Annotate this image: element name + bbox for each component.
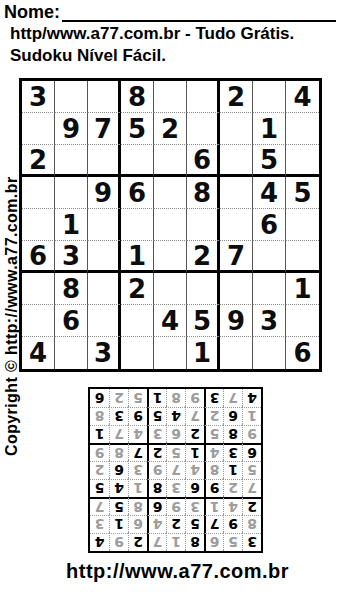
solution-cell-r9c3: 3 (204, 389, 223, 407)
solution-cell-r7c9: 1 (90, 425, 109, 443)
sudoku-cell-r7c3[interactable] (88, 273, 121, 305)
sudoku-cell-r8c3[interactable] (88, 305, 121, 337)
solution-cell-r1c8: 9 (109, 533, 128, 551)
sudoku-cell-r1c5[interactable] (154, 81, 187, 113)
solution-cell-r9c9: 6 (90, 389, 109, 407)
sudoku-cell-r3c1[interactable]: 2 (22, 145, 55, 177)
solution-cell-r6c9: 9 (90, 443, 109, 461)
solution-cell-r9c7: 5 (128, 389, 147, 407)
solution-cell-r1c3: 6 (204, 533, 223, 551)
solution-cell-r1c9: 4 (90, 533, 109, 551)
solution-cell-r6c8: 8 (109, 443, 128, 461)
sudoku-cell-r7c7[interactable] (220, 273, 253, 305)
sudoku-cell-r9c3[interactable]: 3 (88, 337, 121, 369)
solution-cell-r8c5: 4 (166, 407, 185, 425)
solution-cell-r9c6: 1 (147, 389, 166, 407)
solution-cell-r6c4: 1 (185, 443, 204, 461)
solution-cell-r7c1: 9 (242, 425, 261, 443)
sudoku-cell-r9c1[interactable]: 4 (22, 337, 55, 369)
solution-cell-r6c2: 3 (223, 443, 242, 461)
solution-cell-r2c9: 3 (90, 515, 109, 533)
sudoku-cell-r4c6[interactable]: 8 (187, 177, 220, 209)
sudoku-cell-r5c5[interactable] (154, 209, 187, 241)
sudoku-cell-r7c4[interactable]: 2 (121, 273, 154, 305)
solution-cell-r8c9: 8 (90, 407, 109, 425)
sudoku-cell-r7c5[interactable] (154, 273, 187, 305)
solution-cell-r9c2: 7 (223, 389, 242, 407)
sudoku-cell-r2c1[interactable] (22, 113, 55, 145)
sudoku-solution-grid: 3568172948975246132413968577296381455184… (88, 387, 263, 553)
sudoku-cell-r8c8[interactable]: 3 (253, 305, 286, 337)
sudoku-cell-r5c8[interactable]: 6 (253, 209, 286, 241)
solution-cell-r3c4: 3 (185, 497, 204, 515)
sudoku-cell-r6c7[interactable]: 7 (220, 241, 253, 273)
sudoku-cell-r7c2[interactable]: 8 (55, 273, 88, 305)
sudoku-cell-r9c5[interactable] (154, 337, 187, 369)
solution-cell-r5c3: 8 (204, 461, 223, 479)
sudoku-cell-r5c7[interactable] (220, 209, 253, 241)
solution-cell-r7c6: 3 (147, 425, 166, 443)
sudoku-cell-r4c8[interactable]: 4 (253, 177, 286, 209)
sudoku-cell-r4c3[interactable]: 9 (88, 177, 121, 209)
solution-cell-r1c1: 3 (242, 533, 261, 551)
sudoku-cell-r8c4[interactable] (121, 305, 154, 337)
solution-cell-r3c5: 9 (166, 497, 185, 515)
sudoku-cell-r5c2[interactable]: 1 (55, 209, 88, 241)
sudoku-grid: 382497521265968451663127821645934316 (19, 78, 322, 372)
sudoku-cell-r1c2[interactable] (55, 81, 88, 113)
solution-cell-r2c5: 2 (166, 515, 185, 533)
sudoku-cell-r3c9[interactable] (286, 145, 319, 177)
sudoku-cell-r5c1[interactable] (22, 209, 55, 241)
solution-cell-r4c6: 8 (147, 479, 166, 497)
sudoku-cell-r9c4[interactable] (121, 337, 154, 369)
solution-cell-r6c6: 2 (147, 443, 166, 461)
sudoku-cell-r6c3[interactable] (88, 241, 121, 273)
sudoku-cell-r9c7[interactable] (220, 337, 253, 369)
sudoku-cell-r5c4[interactable] (121, 209, 154, 241)
sudoku-cell-r6c2[interactable]: 3 (55, 241, 88, 273)
sudoku-cell-r5c6[interactable] (187, 209, 220, 241)
footer-url: http://www.a77.com.br (66, 560, 289, 583)
sudoku-cell-r2c9[interactable] (286, 113, 319, 145)
sudoku-cell-r4c2[interactable] (55, 177, 88, 209)
sudoku-cell-r2c8[interactable]: 1 (253, 113, 286, 145)
puzzle-title: Sudoku Nível Fácil. (10, 46, 166, 66)
solution-cell-r2c4: 5 (185, 515, 204, 533)
sudoku-cell-r6c9[interactable] (286, 241, 319, 273)
sudoku-cell-r6c1[interactable]: 6 (22, 241, 55, 273)
sudoku-cell-r2c6[interactable] (187, 113, 220, 145)
solution-cell-r6c3: 4 (204, 443, 223, 461)
solution-cell-r5c2: 1 (223, 461, 242, 479)
sudoku-cell-r3c2[interactable] (55, 145, 88, 177)
sudoku-cell-r8c6[interactable]: 5 (187, 305, 220, 337)
solution-cell-r8c8: 3 (109, 407, 128, 425)
name-row: Nome: (4, 2, 336, 22)
solution-cell-r1c5: 1 (166, 533, 185, 551)
sudoku-cell-r7c1[interactable] (22, 273, 55, 305)
sudoku-cell-r1c6[interactable] (187, 81, 220, 113)
solution-cell-r1c7: 2 (128, 533, 147, 551)
sudoku-cell-r4c7[interactable] (220, 177, 253, 209)
solution-cell-r5c5: 7 (166, 461, 185, 479)
sudoku-cell-r6c4[interactable]: 1 (121, 241, 154, 273)
solution-cell-r1c2: 5 (223, 533, 242, 551)
solution-cell-r8c4: 7 (185, 407, 204, 425)
solution-cell-r4c2: 2 (223, 479, 242, 497)
solution-cell-r1c4: 8 (185, 533, 204, 551)
sudoku-cell-r2c7[interactable] (220, 113, 253, 145)
sudoku-cell-r5c3[interactable] (88, 209, 121, 241)
solution-cell-r3c3: 1 (204, 497, 223, 515)
sudoku-cell-r9c6[interactable]: 1 (187, 337, 220, 369)
sudoku-cell-r6c6[interactable]: 2 (187, 241, 220, 273)
solution-cell-r9c4: 9 (185, 389, 204, 407)
solution-cell-r8c2: 6 (223, 407, 242, 425)
solution-cell-r2c2: 9 (223, 515, 242, 533)
solution-cell-r4c7: 1 (128, 479, 147, 497)
solution-cell-r5c9: 2 (90, 461, 109, 479)
solution-cell-r8c1: 1 (242, 407, 261, 425)
sudoku-cell-r8c5[interactable]: 4 (154, 305, 187, 337)
solution-cell-r6c1: 6 (242, 443, 261, 461)
solution-cell-r8c6: 5 (147, 407, 166, 425)
sudoku-cell-r2c4[interactable]: 5 (121, 113, 154, 145)
sudoku-cell-r4c9[interactable]: 5 (286, 177, 319, 209)
sudoku-cell-r9c2[interactable] (55, 337, 88, 369)
sudoku-cell-r3c3[interactable] (88, 145, 121, 177)
sudoku-cell-r4c4[interactable]: 6 (121, 177, 154, 209)
solution-cell-r2c1: 8 (242, 515, 261, 533)
sudoku-cell-r7c8[interactable] (253, 273, 286, 305)
name-input-line[interactable] (62, 2, 336, 22)
sudoku-cell-r8c9[interactable] (286, 305, 319, 337)
sudoku-cell-r3c7[interactable] (220, 145, 253, 177)
solution-cell-r2c3: 7 (204, 515, 223, 533)
sudoku-cell-r8c2[interactable]: 6 (55, 305, 88, 337)
sudoku-cell-r3c4[interactable] (121, 145, 154, 177)
solution-cell-r7c2: 8 (223, 425, 242, 443)
solution-cell-r4c8: 4 (109, 479, 128, 497)
sudoku-cell-r1c8[interactable] (253, 81, 286, 113)
solution-cell-r3c8: 5 (109, 497, 128, 515)
solution-cell-r4c4: 6 (185, 479, 204, 497)
solution-cell-r2c8: 1 (109, 515, 128, 533)
sudoku-cell-r2c2[interactable]: 9 (55, 113, 88, 145)
sudoku-cell-r6c5[interactable] (154, 241, 187, 273)
site-header-text: http/www.a77.com.br - Tudo Grátis. (10, 24, 294, 44)
solution-cell-r5c6: 9 (147, 461, 166, 479)
solution-cell-r7c8: 7 (109, 425, 128, 443)
sudoku-cell-r1c4[interactable]: 8 (121, 81, 154, 113)
solution-cell-r2c7: 6 (128, 515, 147, 533)
sudoku-cell-r2c3[interactable]: 7 (88, 113, 121, 145)
solution-cell-r8c3: 2 (204, 407, 223, 425)
solution-cell-r1c6: 7 (147, 533, 166, 551)
sudoku-cell-r1c3[interactable] (88, 81, 121, 113)
sudoku-cell-r8c7[interactable]: 9 (220, 305, 253, 337)
solution-cell-r9c5: 8 (166, 389, 185, 407)
sudoku-cell-r5c9[interactable] (286, 209, 319, 241)
solution-cell-r3c1: 2 (242, 497, 261, 515)
solution-cell-r6c5: 5 (166, 443, 185, 461)
solution-cell-r5c7: 3 (128, 461, 147, 479)
sudoku-cell-r2c5[interactable]: 2 (154, 113, 187, 145)
solution-cell-r7c7: 4 (128, 425, 147, 443)
solution-cell-r9c1: 4 (242, 389, 261, 407)
solution-cell-r7c4: 2 (185, 425, 204, 443)
solution-cell-r4c1: 7 (242, 479, 261, 497)
solution-cell-r3c6: 6 (147, 497, 166, 515)
solution-cell-r7c5: 6 (166, 425, 185, 443)
sudoku-cell-r1c1[interactable]: 3 (22, 81, 55, 113)
sudoku-cell-r3c8[interactable]: 5 (253, 145, 286, 177)
sudoku-cell-r4c5[interactable] (154, 177, 187, 209)
solution-cell-r4c9: 5 (90, 479, 109, 497)
solution-cell-r2c6: 4 (147, 515, 166, 533)
solution-cell-r6c7: 7 (128, 443, 147, 461)
solution-cell-r9c8: 2 (109, 389, 128, 407)
sudoku-cell-r3c5[interactable] (154, 145, 187, 177)
solution-cell-r5c4: 4 (185, 461, 204, 479)
solution-cell-r3c9: 7 (90, 497, 109, 515)
sudoku-cell-r7c6[interactable] (187, 273, 220, 305)
solution-cell-r5c1: 5 (242, 461, 261, 479)
sudoku-cell-r4c1[interactable] (22, 177, 55, 209)
sudoku-cell-r1c9[interactable]: 4 (286, 81, 319, 113)
sudoku-cell-r9c8[interactable] (253, 337, 286, 369)
sudoku-cell-r6c8[interactable] (253, 241, 286, 273)
solution-cell-r7c3: 5 (204, 425, 223, 443)
solution-cell-r5c8: 6 (109, 461, 128, 479)
sudoku-cell-r9c9[interactable]: 6 (286, 337, 319, 369)
solution-cell-r8c7: 9 (128, 407, 147, 425)
sudoku-cell-r7c9[interactable]: 1 (286, 273, 319, 305)
sudoku-cell-r8c1[interactable] (22, 305, 55, 337)
solution-cell-r4c3: 9 (204, 479, 223, 497)
sudoku-cell-r1c7[interactable]: 2 (220, 81, 253, 113)
sudoku-cell-r3c6[interactable]: 6 (187, 145, 220, 177)
name-label: Nome: (4, 2, 60, 22)
solution-cell-r3c2: 4 (223, 497, 242, 515)
solution-cell-r4c5: 3 (166, 479, 185, 497)
solution-cell-r3c7: 8 (128, 497, 147, 515)
